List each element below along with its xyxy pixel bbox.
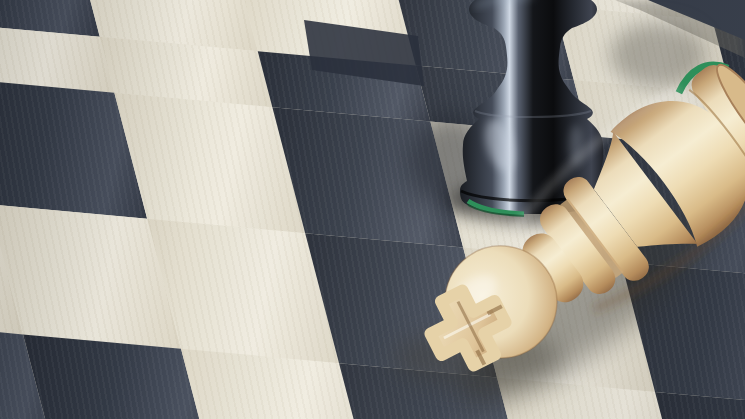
chess-photo: ♚ standing upright ♔ toppled, lying on i…	[0, 0, 745, 419]
